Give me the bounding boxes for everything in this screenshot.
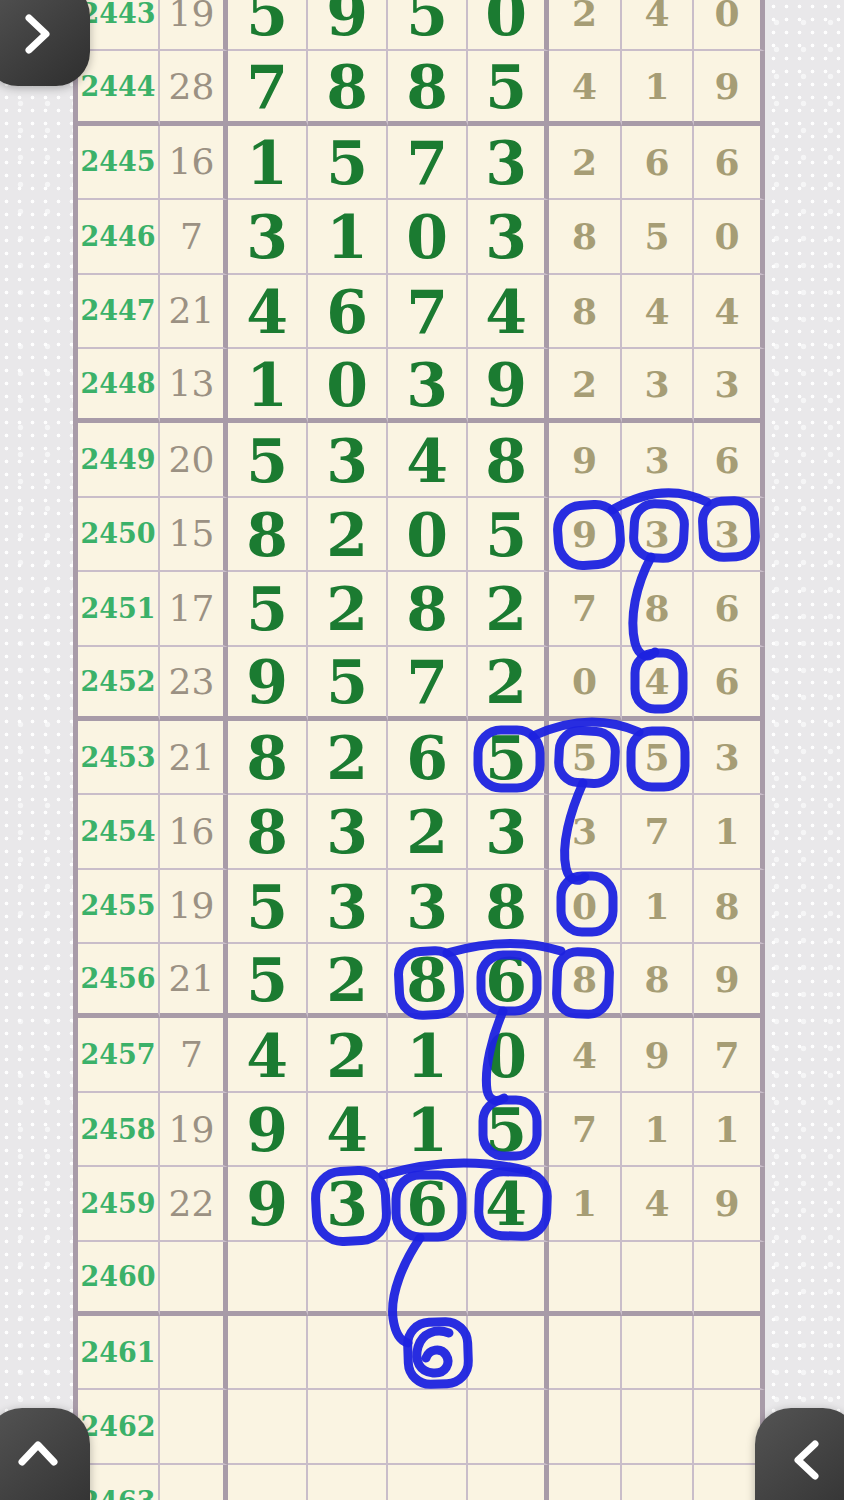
cell-2450-sum: 15	[160, 498, 228, 572]
cell-2451-d3: 8	[388, 572, 468, 646]
cell-2451-issue: 2451	[78, 572, 160, 646]
cell-2455-d3: 3	[388, 870, 468, 944]
cell-2451-d1: 5	[228, 572, 308, 646]
cell-2462-d3	[388, 1390, 468, 1464]
cell-2460-d1	[228, 1242, 308, 1316]
cell-2462-x2	[622, 1390, 694, 1464]
cell-2457-d2: 2	[308, 1018, 388, 1092]
cell-2447-x2: 4	[622, 275, 694, 349]
cell-2458-x3: 1	[694, 1093, 765, 1167]
cell-2445-d1: 1	[228, 126, 308, 200]
cell-2449-d3: 4	[388, 423, 468, 497]
cell-2448-d4: 9	[468, 349, 549, 423]
cell-2453-sum: 21	[160, 721, 228, 795]
cell-2460-d3	[388, 1242, 468, 1316]
cell-2463-issue: 2463	[78, 1465, 160, 1500]
cell-2453-issue: 2453	[78, 721, 160, 795]
nav-left-button[interactable]	[755, 1408, 844, 1500]
cell-2462-d1	[228, 1390, 308, 1464]
cell-2447-d4: 4	[468, 275, 549, 349]
cell-2463-x2	[622, 1465, 694, 1500]
cell-2453-x2: 5	[622, 721, 694, 795]
cell-2457-d3: 1	[388, 1018, 468, 1092]
cell-2460-sum	[160, 1242, 228, 1316]
cell-2461-issue: 2461	[78, 1316, 160, 1390]
cell-2443-x2: 4	[622, 0, 694, 51]
cell-2449-x3: 6	[694, 423, 765, 497]
cell-2456-d1: 5	[228, 944, 308, 1018]
cell-2460-x2	[622, 1242, 694, 1316]
cell-2460-d4	[468, 1242, 549, 1316]
cell-2447-d2: 6	[308, 275, 388, 349]
cell-2447-d1: 4	[228, 275, 308, 349]
cell-2453-d1: 8	[228, 721, 308, 795]
cell-2452-issue: 2452	[78, 647, 160, 721]
cell-2444-d3: 8	[388, 51, 468, 125]
cell-2456-x3: 9	[694, 944, 765, 1018]
cell-2459-d2: 3	[308, 1167, 388, 1241]
cell-2452-d4: 2	[468, 647, 549, 721]
cell-2458-d4: 5	[468, 1093, 549, 1167]
cell-2448-d1: 1	[228, 349, 308, 423]
cell-2456-x1: 8	[549, 944, 622, 1018]
cell-2459-x1: 1	[549, 1167, 622, 1241]
cell-2455-d4: 8	[468, 870, 549, 944]
cell-2450-d2: 2	[308, 498, 388, 572]
cell-2448-x1: 2	[549, 349, 622, 423]
cell-2452-d1: 9	[228, 647, 308, 721]
cell-2453-d4: 5	[468, 721, 549, 795]
cell-2462-d4	[468, 1390, 549, 1464]
cell-2447-sum: 21	[160, 275, 228, 349]
cell-2452-x2: 4	[622, 647, 694, 721]
cell-2445-x3: 6	[694, 126, 765, 200]
cell-2448-d3: 3	[388, 349, 468, 423]
cell-2443-d2: 9	[308, 0, 388, 51]
cell-2461-d3	[388, 1316, 468, 1390]
cell-2451-x2: 8	[622, 572, 694, 646]
cell-2459-issue: 2459	[78, 1167, 160, 1241]
cell-2448-sum: 13	[160, 349, 228, 423]
cell-2445-d4: 3	[468, 126, 549, 200]
cell-2451-sum: 17	[160, 572, 228, 646]
cell-2458-d1: 9	[228, 1093, 308, 1167]
cell-2446-sum: 7	[160, 200, 228, 274]
cell-2448-x2: 3	[622, 349, 694, 423]
cell-2450-d3: 0	[388, 498, 468, 572]
cell-2459-x3: 9	[694, 1167, 765, 1241]
cell-2450-d1: 8	[228, 498, 308, 572]
cell-2463-x1	[549, 1465, 622, 1500]
cell-2445-d2: 5	[308, 126, 388, 200]
cell-2461-d1	[228, 1316, 308, 1390]
cell-2448-x3: 3	[694, 349, 765, 423]
cell-2459-d3: 6	[388, 1167, 468, 1241]
cell-2452-sum: 23	[160, 647, 228, 721]
cell-2455-d2: 3	[308, 870, 388, 944]
cell-2455-sum: 19	[160, 870, 228, 944]
cell-2453-x3: 3	[694, 721, 765, 795]
cell-2454-d4: 3	[468, 795, 549, 869]
cell-2453-d2: 2	[308, 721, 388, 795]
cell-2450-x1: 9	[549, 498, 622, 572]
cell-2461-d2	[308, 1316, 388, 1390]
cell-2457-issue: 2457	[78, 1018, 160, 1092]
cell-2446-d3: 0	[388, 200, 468, 274]
cell-2456-d3: 8	[388, 944, 468, 1018]
cell-2460-issue: 2460	[78, 1242, 160, 1316]
cell-2461-d4	[468, 1316, 549, 1390]
cell-2461-x1	[549, 1316, 622, 1390]
cell-2459-d1: 9	[228, 1167, 308, 1241]
cell-2458-x1: 7	[549, 1093, 622, 1167]
cell-2447-d3: 7	[388, 275, 468, 349]
cell-2443-x1: 2	[549, 0, 622, 51]
cell-2451-x1: 7	[549, 572, 622, 646]
cell-2459-x2: 4	[622, 1167, 694, 1241]
cell-2451-d4: 2	[468, 572, 549, 646]
cell-2457-x3: 7	[694, 1018, 765, 1092]
cell-2456-issue: 2456	[78, 944, 160, 1018]
cell-2449-x1: 9	[549, 423, 622, 497]
cell-2449-x2: 3	[622, 423, 694, 497]
cell-2462-x1	[549, 1390, 622, 1464]
cell-2446-d4: 3	[468, 200, 549, 274]
cell-2449-d4: 8	[468, 423, 549, 497]
cell-2444-issue: 2444	[78, 51, 160, 125]
cell-2458-sum: 19	[160, 1093, 228, 1167]
cell-2445-x2: 6	[622, 126, 694, 200]
cell-2444-x1: 4	[549, 51, 622, 125]
cell-2443-d4: 0	[468, 0, 549, 51]
cell-2452-x3: 6	[694, 647, 765, 721]
cell-2447-x3: 4	[694, 275, 765, 349]
cell-2456-x2: 8	[622, 944, 694, 1018]
cell-2455-issue: 2455	[78, 870, 160, 944]
cell-2450-issue: 2450	[78, 498, 160, 572]
cell-2444-d2: 8	[308, 51, 388, 125]
cell-2445-d3: 7	[388, 126, 468, 200]
cell-2456-d4: 6	[468, 944, 549, 1018]
cell-2458-x2: 1	[622, 1093, 694, 1167]
cell-2459-d4: 4	[468, 1167, 549, 1241]
cell-2457-sum: 7	[160, 1018, 228, 1092]
nav-up-button[interactable]	[0, 1408, 90, 1500]
cell-2450-d4: 5	[468, 498, 549, 572]
cell-2457-d1: 4	[228, 1018, 308, 1092]
cell-2444-x3: 9	[694, 51, 765, 125]
cell-2454-issue: 2454	[78, 795, 160, 869]
cell-2461-x2	[622, 1316, 694, 1390]
cell-2448-issue: 2448	[78, 349, 160, 423]
cell-2455-x3: 8	[694, 870, 765, 944]
cell-2460-x3	[694, 1242, 765, 1316]
cell-2444-sum: 28	[160, 51, 228, 125]
cell-2453-d3: 6	[388, 721, 468, 795]
cell-2452-d2: 5	[308, 647, 388, 721]
cell-2463-d3	[388, 1465, 468, 1500]
cell-2463-sum	[160, 1465, 228, 1500]
cell-2450-x3: 3	[694, 498, 765, 572]
cell-2454-x2: 7	[622, 795, 694, 869]
cell-2455-x2: 1	[622, 870, 694, 944]
cell-2462-issue: 2462	[78, 1390, 160, 1464]
cell-2455-d1: 5	[228, 870, 308, 944]
cell-2446-d2: 1	[308, 200, 388, 274]
cell-2456-d2: 2	[308, 944, 388, 1018]
cell-2445-sum: 16	[160, 126, 228, 200]
cell-2458-d3: 1	[388, 1093, 468, 1167]
cell-2454-d2: 3	[308, 795, 388, 869]
chevron-right-icon	[20, 10, 54, 58]
cell-2445-issue: 2445	[78, 126, 160, 200]
cell-2458-d2: 4	[308, 1093, 388, 1167]
cell-2449-d2: 3	[308, 423, 388, 497]
cell-2455-x1: 0	[549, 870, 622, 944]
cell-2444-d1: 7	[228, 51, 308, 125]
cell-2460-d2	[308, 1242, 388, 1316]
cell-2447-x1: 8	[549, 275, 622, 349]
nav-right-button[interactable]	[0, 0, 90, 86]
cell-2446-x2: 5	[622, 200, 694, 274]
cell-2457-x1: 4	[549, 1018, 622, 1092]
cell-2449-sum: 20	[160, 423, 228, 497]
cell-2462-d2	[308, 1390, 388, 1464]
chevron-up-icon	[14, 1436, 62, 1470]
cell-2461-sum	[160, 1316, 228, 1390]
cell-2449-d1: 5	[228, 423, 308, 497]
cell-2443-d3: 5	[388, 0, 468, 51]
cell-2454-x3: 1	[694, 795, 765, 869]
cell-2463-d4	[468, 1465, 549, 1500]
cell-2463-d1	[228, 1465, 308, 1500]
cell-2459-sum: 22	[160, 1167, 228, 1241]
cell-2463-d2	[308, 1465, 388, 1500]
cell-2450-x2: 3	[622, 498, 694, 572]
cell-2458-issue: 2458	[78, 1093, 160, 1167]
cell-2456-sum: 21	[160, 944, 228, 1018]
cell-2454-d1: 8	[228, 795, 308, 869]
cell-2443-issue: 2443	[78, 0, 160, 51]
cell-2448-d2: 0	[308, 349, 388, 423]
cell-2462-sum	[160, 1390, 228, 1464]
chart-grid: 2443195950240244428788541924451615732662…	[73, 0, 765, 1500]
cell-2453-x1: 5	[549, 721, 622, 795]
cell-2446-d1: 3	[228, 200, 308, 274]
cell-2451-x3: 6	[694, 572, 765, 646]
cell-2444-x2: 1	[622, 51, 694, 125]
cell-2452-d3: 7	[388, 647, 468, 721]
lottery-trend-page: { "game": "lottery-draw-history-chart (4…	[0, 0, 844, 1500]
cell-2447-issue: 2447	[78, 275, 160, 349]
cell-2451-d2: 2	[308, 572, 388, 646]
cell-2461-x3	[694, 1316, 765, 1390]
cell-2457-x2: 9	[622, 1018, 694, 1092]
cell-2443-x3: 0	[694, 0, 765, 51]
chevron-left-icon	[790, 1436, 824, 1484]
cell-2443-d1: 5	[228, 0, 308, 51]
cell-2446-x3: 0	[694, 200, 765, 274]
cell-2457-d4: 0	[468, 1018, 549, 1092]
cell-2446-x1: 8	[549, 200, 622, 274]
cell-2460-x1	[549, 1242, 622, 1316]
cell-2454-x1: 3	[549, 795, 622, 869]
cell-2446-issue: 2446	[78, 200, 160, 274]
cell-2454-d3: 2	[388, 795, 468, 869]
cell-2443-sum: 19	[160, 0, 228, 51]
cell-2445-x1: 2	[549, 126, 622, 200]
cell-2449-issue: 2449	[78, 423, 160, 497]
cell-2444-d4: 5	[468, 51, 549, 125]
cell-2452-x1: 0	[549, 647, 622, 721]
cell-2454-sum: 16	[160, 795, 228, 869]
